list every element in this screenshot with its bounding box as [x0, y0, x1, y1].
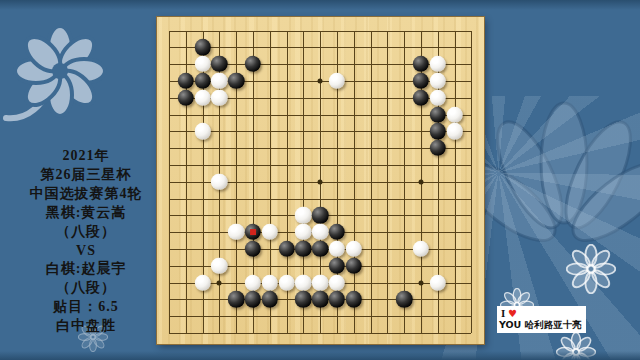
- small-flower-icon: [566, 244, 616, 294]
- stone-black: [413, 56, 429, 72]
- stone-white: [194, 56, 210, 72]
- stone-black: [211, 56, 227, 72]
- stone-white: [446, 106, 462, 122]
- stone-white: [430, 274, 446, 290]
- grid-line: [455, 31, 456, 333]
- stone-white: [295, 274, 311, 290]
- stone-black: [245, 56, 261, 72]
- star-point: [318, 78, 323, 83]
- info-line-event: 第26届三星杯: [0, 166, 172, 185]
- info-line-result: 白中盘胜: [0, 317, 172, 336]
- stone-black: [228, 291, 244, 307]
- stone-white: [211, 89, 227, 105]
- star-point: [419, 179, 424, 184]
- stone-black: [194, 73, 210, 89]
- stone-black: [262, 291, 278, 307]
- stone-black: [430, 140, 446, 156]
- stone-white: [329, 73, 345, 89]
- star-point: [217, 280, 222, 285]
- stone-white: [295, 207, 311, 223]
- grid-line: [371, 31, 372, 333]
- stone-white: [312, 224, 328, 240]
- grid-line: [387, 31, 388, 333]
- stone-black: [346, 291, 362, 307]
- stone-white: [278, 274, 294, 290]
- top-letterbox-strip: [0, 0, 640, 10]
- info-line-white-rank: （八段）: [0, 279, 172, 298]
- stone-white: [430, 73, 446, 89]
- stone-white: [446, 123, 462, 139]
- stone-white: [430, 56, 446, 72]
- stone-white: [262, 274, 278, 290]
- stone-black: [312, 207, 328, 223]
- stone-black: [194, 39, 210, 55]
- star-point: [318, 179, 323, 184]
- info-line-year: 2021年: [0, 147, 172, 166]
- stone-white: [262, 224, 278, 240]
- stone-black: [346, 257, 362, 273]
- info-line-vs: VS: [0, 242, 172, 261]
- last-move-marker: [250, 229, 256, 235]
- stone-white: [211, 173, 227, 189]
- stone-black: [245, 224, 261, 240]
- grid-line: [169, 316, 471, 317]
- grid-line: [169, 199, 471, 200]
- stone-white: [413, 241, 429, 257]
- watermark-logo: I ♥ YOU 哈利路亚十亮: [497, 306, 586, 333]
- stone-black: [228, 73, 244, 89]
- game-info-panel: 2021年 第26届三星杯 中国选拔赛第4轮 黑棋:黄云嵩 （八段） VS 白棋…: [0, 147, 172, 336]
- stone-black: [413, 89, 429, 105]
- stone-white: [329, 274, 345, 290]
- grid-line: [169, 333, 471, 334]
- star-point: [419, 280, 424, 285]
- stone-black: [312, 241, 328, 257]
- stone-black: [329, 291, 345, 307]
- stone-black: [329, 257, 345, 273]
- stone-black: [312, 291, 328, 307]
- flower-ornament-left: [2, 25, 120, 137]
- stone-white: [430, 89, 446, 105]
- stone-white: [194, 274, 210, 290]
- heart-icon: ♥: [508, 308, 517, 319]
- stone-black: [329, 224, 345, 240]
- stone-white: [312, 274, 328, 290]
- stone-black: [396, 291, 412, 307]
- stone-white: [194, 123, 210, 139]
- logo-letter-i: I: [501, 307, 505, 319]
- logo-line2: YOU 哈利路亚十亮: [499, 320, 586, 330]
- stone-black: [413, 73, 429, 89]
- grid-line: [354, 31, 355, 333]
- stone-black: [245, 241, 261, 257]
- stone-black: [178, 73, 194, 89]
- info-line-black-player: 黑棋:黄云嵩: [0, 204, 172, 223]
- stone-black: [430, 106, 446, 122]
- bottom-letterbox-strip: [0, 351, 640, 360]
- go-board: [157, 17, 484, 344]
- grid-line: [404, 31, 405, 333]
- stone-black: [295, 291, 311, 307]
- stone-white: [211, 257, 227, 273]
- stone-white: [228, 224, 244, 240]
- stone-white: [295, 224, 311, 240]
- stone-black: [245, 291, 261, 307]
- stone-white: [329, 241, 345, 257]
- stone-black: [295, 241, 311, 257]
- info-line-black-rank: （八段）: [0, 223, 172, 242]
- logo-line1: I ♥: [501, 308, 586, 319]
- stone-white: [211, 73, 227, 89]
- stone-white: [194, 89, 210, 105]
- stone-black: [430, 123, 446, 139]
- stone-white: [346, 241, 362, 257]
- info-line-round: 中国选拔赛第4轮: [0, 185, 172, 204]
- info-line-white-player: 白棋:赵晨宇: [0, 260, 172, 279]
- video-frame: 2021年 第26届三星杯 中国选拔赛第4轮 黑棋:黄云嵩 （八段） VS 白棋…: [0, 0, 640, 360]
- stone-black: [278, 241, 294, 257]
- info-line-komi: 贴目：6.5: [0, 298, 172, 317]
- grid-line: [471, 31, 472, 333]
- stone-black: [178, 89, 194, 105]
- stone-white: [245, 274, 261, 290]
